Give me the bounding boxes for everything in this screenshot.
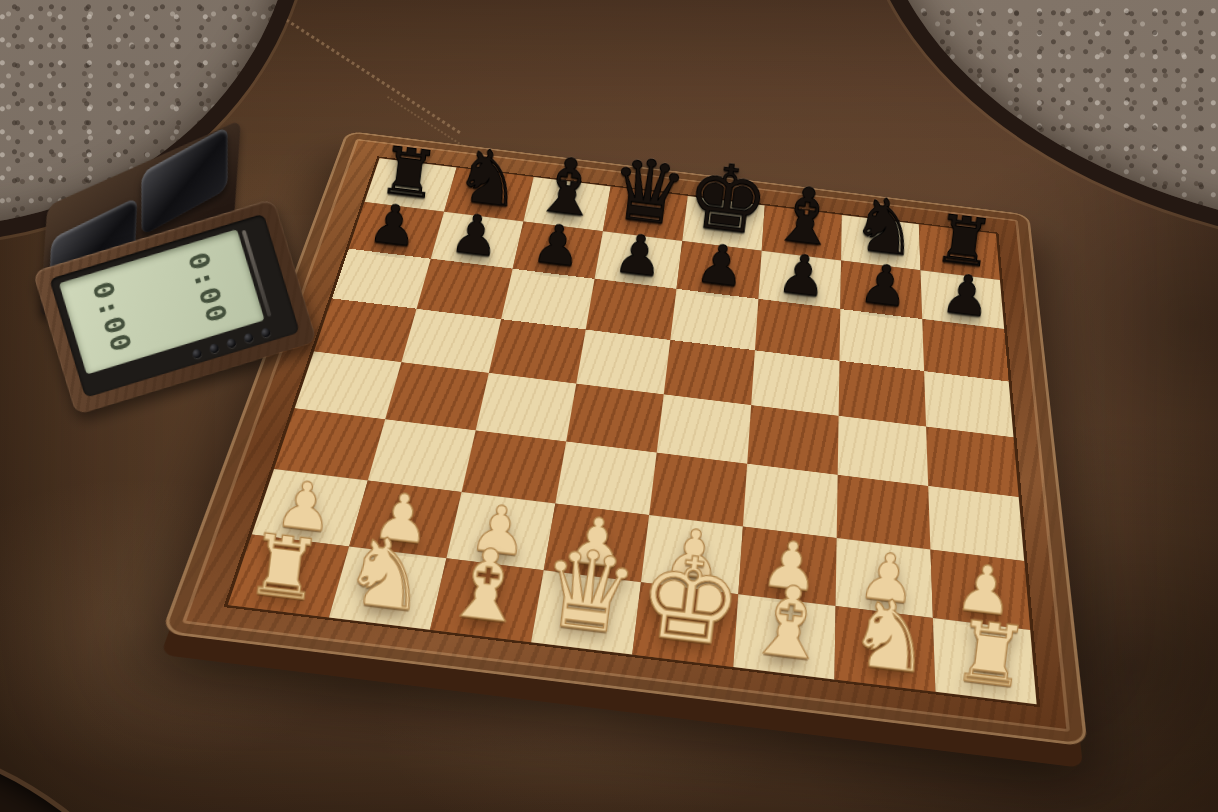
piece-black-pawn[interactable]: ♟: [857, 255, 912, 315]
square-g7[interactable]: ♟: [840, 261, 922, 320]
board-frame: ♜♞♝♛♚♝♞♜♟♟♟♟♟♟♟♟♟♟♟♟♟♟♟♟♜♞♝♛♚♝♞♜: [161, 131, 1088, 747]
square-d5[interactable]: [576, 330, 670, 395]
square-b1[interactable]: ♞: [329, 546, 446, 629]
square-b6[interactable]: [417, 259, 513, 319]
piece-black-pawn[interactable]: ♟: [530, 215, 585, 275]
piece-black-pawn[interactable]: ♟: [366, 195, 421, 255]
clock-time-left: 0:00: [86, 278, 137, 357]
square-c1[interactable]: ♝: [430, 558, 544, 642]
square-f5[interactable]: [751, 350, 839, 416]
piece-white-rook[interactable]: ♜: [242, 522, 326, 614]
clock-button[interactable]: [191, 348, 202, 359]
piece-white-knight[interactable]: ♞: [338, 522, 434, 626]
square-e6[interactable]: [670, 289, 758, 350]
piece-white-bishop[interactable]: ♝: [438, 532, 536, 639]
piece-white-queen[interactable]: ♛: [534, 532, 644, 652]
square-h7[interactable]: ♟: [920, 270, 1004, 329]
square-f1[interactable]: ♝: [733, 594, 835, 679]
piece-white-king[interactable]: ♚: [632, 537, 749, 664]
square-a5[interactable]: [314, 298, 417, 362]
piece-white-rook[interactable]: ♜: [949, 608, 1033, 700]
scene: ♜♞♝♛♚♝♞♜♟♟♟♟♟♟♟♟♟♟♟♟♟♟♟♟♜♞♝♛♚♝♞♜ 0:00 0:…: [0, 0, 1218, 812]
square-b4[interactable]: [385, 362, 489, 430]
square-d4[interactable]: [566, 384, 664, 453]
square-b7[interactable]: ♟: [431, 212, 524, 269]
board-squares: ♜♞♝♛♚♝♞♜♟♟♟♟♟♟♟♟♟♟♟♟♟♟♟♟♜♞♝♛♚♝♞♜: [224, 156, 1041, 707]
piece-black-pawn[interactable]: ♟: [775, 245, 830, 305]
square-g4[interactable]: [838, 416, 928, 486]
square-d1[interactable]: ♛: [531, 570, 641, 654]
clock-button[interactable]: [260, 327, 271, 338]
piece-black-pawn[interactable]: ♟: [448, 205, 503, 265]
square-f4[interactable]: [747, 405, 838, 475]
square-a1[interactable]: ♜: [228, 534, 349, 617]
square-e4[interactable]: [657, 394, 751, 463]
square-c4[interactable]: [476, 373, 577, 442]
piece-black-pawn[interactable]: ♟: [939, 265, 994, 325]
piece-black-pawn[interactable]: ♟: [612, 225, 667, 285]
piece-white-bishop[interactable]: ♝: [741, 569, 839, 676]
square-g1[interactable]: ♞: [834, 606, 935, 692]
square-a4[interactable]: [295, 351, 402, 419]
board-tilt: ♜♞♝♛♚♝♞♜♟♟♟♟♟♟♟♟♟♟♟♟♟♟♟♟♜♞♝♛♚♝♞♜: [161, 131, 1088, 747]
piece-white-knight[interactable]: ♞: [843, 584, 939, 688]
square-e5[interactable]: [664, 340, 755, 405]
square-h4[interactable]: [926, 427, 1019, 497]
clock-time-right: 0:00: [183, 248, 234, 327]
square-e1[interactable]: ♚: [632, 582, 738, 667]
chess-board-area: ♜♞♝♛♚♝♞♜♟♟♟♟♟♟♟♟♟♟♟♟♟♟♟♟♜♞♝♛♚♝♞♜: [101, 0, 1218, 812]
piece-black-pawn[interactable]: ♟: [693, 235, 748, 295]
square-b5[interactable]: [401, 309, 501, 373]
clock-button[interactable]: [226, 338, 237, 349]
square-h1[interactable]: ♜: [933, 618, 1037, 704]
square-f6[interactable]: [755, 299, 840, 361]
clock-button[interactable]: [243, 332, 254, 343]
square-c5[interactable]: [489, 319, 586, 383]
square-d6[interactable]: [586, 279, 677, 340]
clock-button[interactable]: [209, 343, 220, 354]
